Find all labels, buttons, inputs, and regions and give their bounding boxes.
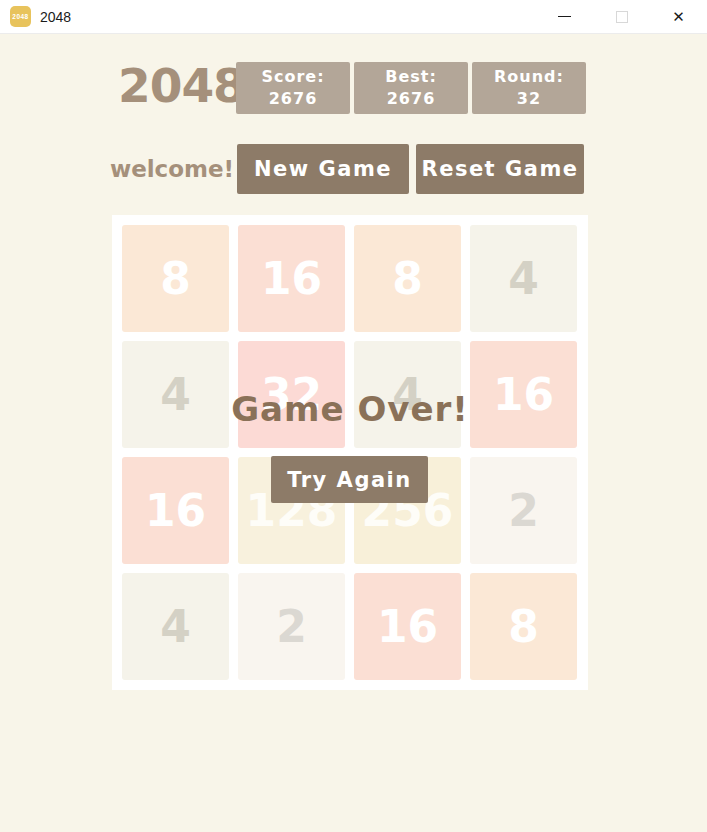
round-value: 32 bbox=[472, 88, 586, 110]
score-value: 2676 bbox=[236, 88, 350, 110]
tile-8: 8 bbox=[470, 573, 577, 680]
tile-2: 2 bbox=[238, 573, 345, 680]
game-logo: 2048 bbox=[118, 58, 226, 113]
window-title: 2048 bbox=[40, 9, 71, 25]
welcome-text: welcome! bbox=[118, 144, 226, 194]
score-label: Score: bbox=[236, 66, 350, 88]
score-badge: Score: 2676 bbox=[236, 62, 350, 114]
game-over-message: Game Over! bbox=[112, 389, 588, 433]
tile-16: 16 bbox=[354, 573, 461, 680]
close-button[interactable]: ✕ bbox=[650, 0, 707, 34]
minimize-button[interactable] bbox=[536, 0, 593, 34]
best-value: 2676 bbox=[354, 88, 468, 110]
reset-game-button[interactable]: Reset Game bbox=[416, 144, 584, 194]
round-badge: Round: 32 bbox=[472, 62, 586, 114]
best-badge: Best: 2676 bbox=[354, 62, 468, 114]
tile-4: 4 bbox=[470, 225, 577, 332]
tile-16: 16 bbox=[122, 457, 229, 564]
tile-8: 8 bbox=[354, 225, 461, 332]
tile-2: 2 bbox=[470, 457, 577, 564]
round-label: Round: bbox=[472, 66, 586, 88]
tile-grid: 8168443241616128256242168 bbox=[122, 225, 578, 680]
best-label: Best: bbox=[354, 66, 468, 88]
close-icon: ✕ bbox=[672, 9, 685, 24]
tile-16: 16 bbox=[238, 225, 345, 332]
try-again-button[interactable]: Try Again bbox=[271, 456, 428, 503]
window-controls: ✕ bbox=[536, 0, 707, 34]
minimize-icon bbox=[558, 16, 571, 17]
app-window: 2048 2048 ✕ 2048 Score: 2676 Best: 2676 … bbox=[0, 0, 707, 832]
new-game-button[interactable]: New Game bbox=[237, 144, 409, 194]
maximize-icon bbox=[616, 11, 628, 23]
maximize-button[interactable] bbox=[593, 0, 650, 34]
tile-8: 8 bbox=[122, 225, 229, 332]
titlebar: 2048 2048 ✕ bbox=[0, 0, 707, 34]
game-board: 8168443241616128256242168 Game Over! Try… bbox=[112, 215, 588, 690]
tile-4: 4 bbox=[122, 573, 229, 680]
app-icon: 2048 bbox=[10, 6, 31, 27]
